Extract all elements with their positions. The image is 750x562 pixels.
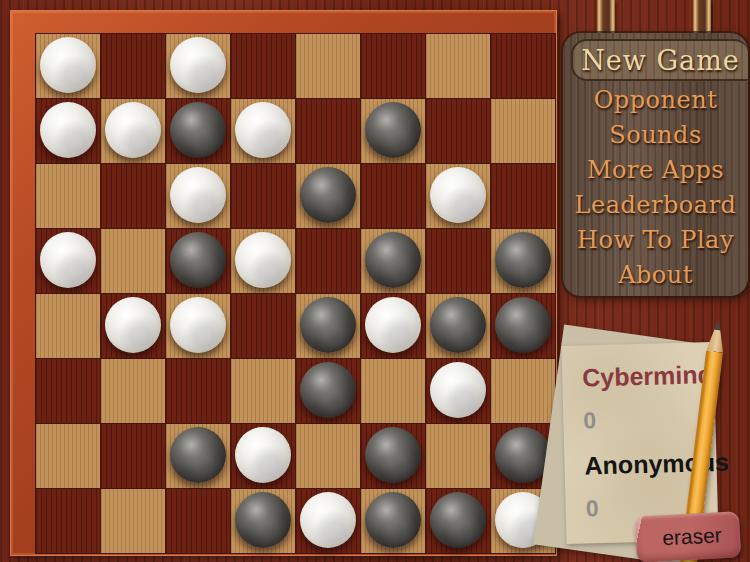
white-piece[interactable]: ○ xyxy=(235,102,291,158)
white-piece[interactable]: ○ xyxy=(40,232,96,288)
board-square-r6c8[interactable] xyxy=(491,359,555,423)
black-piece[interactable]: ● xyxy=(300,167,356,223)
board-square-r6c5[interactable]: ● xyxy=(296,359,360,423)
board-square-r3c5[interactable]: ● xyxy=(296,164,360,228)
board-square-r7c4[interactable]: ○ xyxy=(231,424,295,488)
piece-glyph: ○ xyxy=(170,37,226,93)
board-square-r5c4[interactable] xyxy=(231,294,295,358)
eraser-label: eraser xyxy=(654,523,723,551)
board-square-r4c1[interactable]: ○ xyxy=(36,229,100,293)
black-piece[interactable]: ● xyxy=(235,492,291,548)
piece-glyph: ○ xyxy=(105,297,161,353)
board-square-r6c7[interactable]: ○ xyxy=(426,359,490,423)
piece-glyph: ○ xyxy=(365,297,421,353)
piece-glyph: ○ xyxy=(430,362,486,418)
piece-glyph: ● xyxy=(300,362,356,418)
board-square-r4c4[interactable]: ○ xyxy=(231,229,295,293)
white-piece[interactable]: ○ xyxy=(365,297,421,353)
piece-glyph: ● xyxy=(365,427,421,483)
eraser-button[interactable]: eraser xyxy=(635,511,741,562)
piece-glyph: ○ xyxy=(40,37,96,93)
board-square-r6c6[interactable] xyxy=(361,359,425,423)
board-square-r1c8[interactable] xyxy=(491,34,555,98)
menu-item-how-to-play[interactable]: How To Play xyxy=(563,222,748,257)
menu-panel: New Game Opponent Sounds More Apps Leade… xyxy=(563,33,748,296)
piece-glyph: ○ xyxy=(40,232,96,288)
piece-glyph: ○ xyxy=(235,232,291,288)
menu-item-sounds[interactable]: Sounds xyxy=(563,118,748,153)
piece-glyph: ● xyxy=(170,232,226,288)
piece-glyph: ● xyxy=(495,297,551,353)
piece-glyph: ● xyxy=(365,492,421,548)
menu-item-more-apps[interactable]: More Apps xyxy=(563,153,748,188)
board-square-r3c3[interactable]: ○ xyxy=(166,164,230,228)
board-square-r2c7[interactable] xyxy=(426,99,490,163)
white-piece[interactable]: ○ xyxy=(300,492,356,548)
piece-glyph: ● xyxy=(430,297,486,353)
piece-glyph: ○ xyxy=(170,297,226,353)
board-square-r8c2[interactable] xyxy=(101,489,165,553)
board-square-r3c2[interactable] xyxy=(101,164,165,228)
piece-glyph: ● xyxy=(235,492,291,548)
pencil-cone xyxy=(706,329,726,353)
board-square-r3c4[interactable] xyxy=(231,164,295,228)
board-square-r5c6[interactable]: ○ xyxy=(361,294,425,358)
black-piece[interactable]: ● xyxy=(170,232,226,288)
white-piece[interactable]: ○ xyxy=(40,102,96,158)
piece-glyph: ● xyxy=(300,297,356,353)
white-piece[interactable]: ○ xyxy=(430,167,486,223)
piece-glyph: ● xyxy=(365,102,421,158)
white-piece[interactable]: ○ xyxy=(105,297,161,353)
menu-item-new-game[interactable]: New Game xyxy=(571,39,748,81)
piece-glyph: ● xyxy=(170,102,226,158)
board-square-r4c8[interactable]: ● xyxy=(491,229,555,293)
menu-item-opponent[interactable]: Opponent xyxy=(563,83,748,118)
board-square-r2c6[interactable]: ● xyxy=(361,99,425,163)
board-square-r1c6[interactable] xyxy=(361,34,425,98)
board-frame: ○○○○●○●○●○○●○●●○○●○●●●○●○●●●○●●○ xyxy=(10,10,557,556)
piece-glyph: ○ xyxy=(235,427,291,483)
white-piece[interactable]: ○ xyxy=(105,102,161,158)
player1-name: Cybermind xyxy=(582,360,715,392)
board-square-r8c4[interactable]: ● xyxy=(231,489,295,553)
board-square-r4c7[interactable] xyxy=(426,229,490,293)
board-square-r6c4[interactable] xyxy=(231,359,295,423)
board-square-r3c6[interactable] xyxy=(361,164,425,228)
board-square-r7c3[interactable]: ● xyxy=(166,424,230,488)
app-screen: { "game": { "name": "Cybermind", "type":… xyxy=(0,0,750,562)
white-piece[interactable]: ○ xyxy=(170,167,226,223)
board-square-r1c2[interactable] xyxy=(101,34,165,98)
menu-item-about[interactable]: About xyxy=(563,257,748,292)
piece-glyph: ● xyxy=(430,492,486,548)
board-square-r5c2[interactable]: ○ xyxy=(101,294,165,358)
white-piece[interactable]: ○ xyxy=(235,232,291,288)
board-square-r1c1[interactable]: ○ xyxy=(36,34,100,98)
black-piece[interactable]: ● xyxy=(365,427,421,483)
board-square-r4c5[interactable] xyxy=(296,229,360,293)
board-square-r7c5[interactable] xyxy=(296,424,360,488)
white-piece[interactable]: ○ xyxy=(430,362,486,418)
board-square-r5c7[interactable]: ● xyxy=(426,294,490,358)
black-piece[interactable]: ● xyxy=(365,102,421,158)
black-piece[interactable]: ● xyxy=(365,232,421,288)
board-square-r1c3[interactable]: ○ xyxy=(166,34,230,98)
black-piece[interactable]: ● xyxy=(495,232,551,288)
piece-glyph: ○ xyxy=(235,102,291,158)
menu-item-label: New Game xyxy=(581,45,740,76)
piece-glyph: ● xyxy=(170,427,226,483)
piece-glyph: ● xyxy=(365,232,421,288)
board-square-r7c6[interactable]: ● xyxy=(361,424,425,488)
board-square-r8c3[interactable] xyxy=(166,489,230,553)
board-square-r8c5[interactable]: ○ xyxy=(296,489,360,553)
piece-glyph: ○ xyxy=(300,492,356,548)
board-square-r6c1[interactable] xyxy=(36,359,100,423)
board-square-r6c3[interactable] xyxy=(166,359,230,423)
board-square-r2c2[interactable]: ○ xyxy=(101,99,165,163)
board-square-r2c1[interactable]: ○ xyxy=(36,99,100,163)
board-square-r3c8[interactable] xyxy=(491,164,555,228)
board-square-r3c7[interactable]: ○ xyxy=(426,164,490,228)
board-square-r7c1[interactable] xyxy=(36,424,100,488)
black-piece[interactable]: ● xyxy=(365,492,421,548)
board-square-r3c1[interactable] xyxy=(36,164,100,228)
black-piece[interactable]: ● xyxy=(170,102,226,158)
piece-glyph: ● xyxy=(495,232,551,288)
board-square-r8c7[interactable]: ● xyxy=(426,489,490,553)
white-piece[interactable]: ○ xyxy=(40,37,96,93)
board-square-r7c2[interactable] xyxy=(101,424,165,488)
black-piece[interactable]: ● xyxy=(300,297,356,353)
menu-item-leaderboard[interactable]: Leaderboard xyxy=(563,187,748,222)
white-piece[interactable]: ○ xyxy=(170,297,226,353)
board-square-r4c3[interactable]: ● xyxy=(166,229,230,293)
board-square-r8c6[interactable]: ● xyxy=(361,489,425,553)
piece-glyph: ○ xyxy=(430,167,486,223)
piece-glyph: ○ xyxy=(105,102,161,158)
board-square-r8c1[interactable] xyxy=(36,489,100,553)
board-square-r7c7[interactable] xyxy=(426,424,490,488)
black-piece[interactable]: ● xyxy=(300,362,356,418)
black-piece[interactable]: ● xyxy=(170,427,226,483)
board-square-r2c3[interactable]: ● xyxy=(166,99,230,163)
board-square-r4c2[interactable] xyxy=(101,229,165,293)
piece-glyph: ● xyxy=(300,167,356,223)
board-square-r5c3[interactable]: ○ xyxy=(166,294,230,358)
board-square-r5c5[interactable]: ● xyxy=(296,294,360,358)
game-board[interactable]: ○○○○●○●○●○○●○●●○○●○●●●○●○●●●○●●○ xyxy=(35,33,556,554)
piece-glyph: ○ xyxy=(170,167,226,223)
board-square-r2c5[interactable] xyxy=(296,99,360,163)
board-square-r6c2[interactable] xyxy=(101,359,165,423)
board-square-r2c4[interactable]: ○ xyxy=(231,99,295,163)
board-square-r2c8[interactable] xyxy=(491,99,555,163)
white-piece[interactable]: ○ xyxy=(170,37,226,93)
board-square-r1c7[interactable] xyxy=(426,34,490,98)
board-square-r5c8[interactable]: ● xyxy=(491,294,555,358)
board-square-r5c1[interactable] xyxy=(36,294,100,358)
black-piece[interactable]: ● xyxy=(495,297,551,353)
board-square-r1c4[interactable] xyxy=(231,34,295,98)
black-piece[interactable]: ● xyxy=(430,492,486,548)
black-piece[interactable]: ● xyxy=(430,297,486,353)
board-square-r1c5[interactable] xyxy=(296,34,360,98)
board-square-r4c6[interactable]: ● xyxy=(361,229,425,293)
menu-list: Opponent Sounds More Apps Leaderboard Ho… xyxy=(563,83,748,292)
white-piece[interactable]: ○ xyxy=(235,427,291,483)
piece-glyph: ○ xyxy=(40,102,96,158)
